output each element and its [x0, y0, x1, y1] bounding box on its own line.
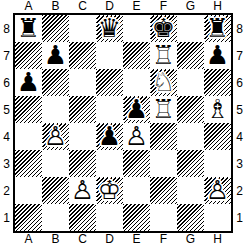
square-h5[interactable]: ♝♗ [204, 96, 231, 123]
square-c8[interactable] [69, 15, 96, 42]
piece-white-pawn-icon[interactable]: ♟♙ [204, 177, 231, 204]
square-h4[interactable] [204, 123, 231, 150]
square-f4[interactable] [150, 123, 177, 150]
board: ♜♜♛♛♚♚♜♜♟♟♜♖♟♟♟♟♞♘♟♟♜♖♝♗♟♙♟♟♟♙♟♙♚♔♟♙ [13, 13, 233, 233]
file-label-e: E [123, 0, 150, 13]
square-h3[interactable] [204, 150, 231, 177]
square-d1[interactable] [96, 204, 123, 231]
square-b4[interactable]: ♟♙ [42, 123, 69, 150]
piece-glyph: ♙ [123, 123, 150, 150]
piece-glyph: ♚ [150, 15, 177, 42]
piece-black-king-icon[interactable]: ♚♚ [150, 15, 177, 42]
file-label-c: C [69, 0, 96, 13]
square-f1[interactable] [150, 204, 177, 231]
piece-black-pawn-icon[interactable]: ♟♟ [123, 96, 150, 123]
rank-label-6: 6 [0, 69, 13, 96]
rank-label-5: 5 [233, 96, 246, 123]
piece-black-queen-icon[interactable]: ♛♛ [96, 15, 123, 42]
square-b3[interactable] [42, 150, 69, 177]
file-label-f: F [150, 233, 177, 246]
piece-black-pawn-icon[interactable]: ♟♟ [96, 123, 123, 150]
square-e4[interactable]: ♟♙ [123, 123, 150, 150]
square-d2[interactable]: ♚♔ [96, 177, 123, 204]
square-e3[interactable] [123, 150, 150, 177]
square-e1[interactable] [123, 204, 150, 231]
piece-black-pawn-icon[interactable]: ♟♟ [204, 42, 231, 69]
square-h8[interactable]: ♜♜ [204, 15, 231, 42]
piece-glyph: ♟ [42, 42, 69, 69]
file-label-b: B [42, 233, 69, 246]
piece-black-rook-icon[interactable]: ♜♜ [15, 15, 42, 42]
square-a6[interactable]: ♟♟ [15, 69, 42, 96]
square-g1[interactable] [177, 204, 204, 231]
file-label-g: G [177, 233, 204, 246]
square-e5[interactable]: ♟♟ [123, 96, 150, 123]
piece-glyph: ♜ [204, 15, 231, 42]
rank-label-5: 5 [0, 96, 13, 123]
rank-label-2: 2 [233, 177, 246, 204]
square-a8[interactable]: ♜♜ [15, 15, 42, 42]
square-f2[interactable] [150, 177, 177, 204]
square-e8[interactable] [123, 15, 150, 42]
square-f7[interactable]: ♜♖ [150, 42, 177, 69]
piece-white-rook-icon[interactable]: ♜♖ [150, 42, 177, 69]
square-g4[interactable] [177, 123, 204, 150]
square-c3[interactable] [69, 150, 96, 177]
square-h6[interactable] [204, 69, 231, 96]
rank-label-2: 2 [0, 177, 13, 204]
square-b1[interactable] [42, 204, 69, 231]
file-labels-bottom: ABCDEFGH [15, 233, 231, 246]
piece-glyph: ♔ [96, 177, 123, 204]
rank-labels-left: 87654321 [0, 15, 13, 231]
piece-glyph: ♖ [150, 96, 177, 123]
file-label-c: C [69, 233, 96, 246]
square-c2[interactable]: ♟♙ [69, 177, 96, 204]
piece-glyph: ♟ [123, 96, 150, 123]
piece-glyph: ♟ [96, 123, 123, 150]
square-g8[interactable] [177, 15, 204, 42]
square-g3[interactable] [177, 150, 204, 177]
rank-label-8: 8 [233, 15, 246, 42]
square-g5[interactable] [177, 96, 204, 123]
square-d7[interactable] [96, 42, 123, 69]
square-b5[interactable] [42, 96, 69, 123]
piece-white-pawn-icon[interactable]: ♟♙ [42, 123, 69, 150]
rank-label-8: 8 [0, 15, 13, 42]
square-f6[interactable]: ♞♘ [150, 69, 177, 96]
piece-white-bishop-icon[interactable]: ♝♗ [204, 96, 231, 123]
square-c5[interactable] [69, 96, 96, 123]
file-label-a: A [15, 233, 42, 246]
piece-white-pawn-icon[interactable]: ♟♙ [123, 123, 150, 150]
piece-glyph: ♖ [150, 42, 177, 69]
square-b2[interactable] [42, 177, 69, 204]
rank-label-1: 1 [233, 204, 246, 231]
file-label-f: F [150, 0, 177, 13]
square-f8[interactable]: ♚♚ [150, 15, 177, 42]
square-h2[interactable]: ♟♙ [204, 177, 231, 204]
square-d4[interactable]: ♟♟ [96, 123, 123, 150]
square-e6[interactable] [123, 69, 150, 96]
piece-glyph: ♛ [96, 15, 123, 42]
square-a1[interactable] [15, 204, 42, 231]
square-d8[interactable]: ♛♛ [96, 15, 123, 42]
rank-label-7: 7 [0, 42, 13, 69]
file-label-h: H [204, 233, 231, 246]
square-b7[interactable]: ♟♟ [42, 42, 69, 69]
piece-black-rook-icon[interactable]: ♜♜ [204, 15, 231, 42]
file-label-e: E [123, 233, 150, 246]
square-d5[interactable] [96, 96, 123, 123]
square-f3[interactable] [150, 150, 177, 177]
file-label-a: A [15, 0, 42, 13]
square-h1[interactable] [204, 204, 231, 231]
square-a3[interactable] [15, 150, 42, 177]
square-b8[interactable] [42, 15, 69, 42]
rank-label-1: 1 [0, 204, 13, 231]
rank-label-4: 4 [0, 123, 13, 150]
piece-glyph: ♜ [15, 15, 42, 42]
square-c7[interactable] [69, 42, 96, 69]
piece-white-pawn-icon[interactable]: ♟♙ [69, 177, 96, 204]
square-g6[interactable] [177, 69, 204, 96]
piece-glyph: ♟ [204, 42, 231, 69]
file-label-h: H [204, 0, 231, 13]
rank-label-3: 3 [233, 150, 246, 177]
piece-glyph: ♗ [204, 96, 231, 123]
rank-labels-right: 87654321 [233, 15, 246, 231]
piece-white-rook-icon[interactable]: ♜♖ [150, 96, 177, 123]
rank-label-6: 6 [233, 69, 246, 96]
square-f5[interactable]: ♜♖ [150, 96, 177, 123]
piece-glyph: ♙ [69, 177, 96, 204]
piece-glyph: ♙ [42, 123, 69, 150]
square-a2[interactable] [15, 177, 42, 204]
square-h7[interactable]: ♟♟ [204, 42, 231, 69]
square-a7[interactable] [15, 42, 42, 69]
square-c4[interactable] [69, 123, 96, 150]
file-label-d: D [96, 233, 123, 246]
piece-black-pawn-icon[interactable]: ♟♟ [15, 69, 42, 96]
square-c6[interactable] [69, 69, 96, 96]
rank-label-4: 4 [233, 123, 246, 150]
piece-white-knight-icon[interactable]: ♞♘ [150, 69, 177, 96]
square-e2[interactable] [123, 177, 150, 204]
square-b6[interactable] [42, 69, 69, 96]
piece-glyph: ♟ [15, 69, 42, 96]
rank-label-7: 7 [233, 42, 246, 69]
square-g2[interactable] [177, 177, 204, 204]
square-e7[interactable] [123, 42, 150, 69]
square-c1[interactable] [69, 204, 96, 231]
piece-black-pawn-icon[interactable]: ♟♟ [42, 42, 69, 69]
square-d3[interactable] [96, 150, 123, 177]
file-label-b: B [42, 0, 69, 13]
file-labels-top: ABCDEFGH [15, 0, 231, 13]
piece-glyph: ♘ [150, 69, 177, 96]
square-a5[interactable] [15, 96, 42, 123]
file-label-d: D [96, 0, 123, 13]
file-label-g: G [177, 0, 204, 13]
rank-label-3: 3 [0, 150, 13, 177]
chess-diagram: ABCDEFGH 87654321 ♜♜♛♛♚♚♜♜♟♟♜♖♟♟♟♟♞♘♟♟♜♖… [0, 0, 246, 246]
square-a4[interactable] [15, 123, 42, 150]
piece-white-king-icon[interactable]: ♚♔ [96, 177, 123, 204]
piece-glyph: ♙ [204, 177, 231, 204]
square-d6[interactable] [96, 69, 123, 96]
square-g7[interactable] [177, 42, 204, 69]
